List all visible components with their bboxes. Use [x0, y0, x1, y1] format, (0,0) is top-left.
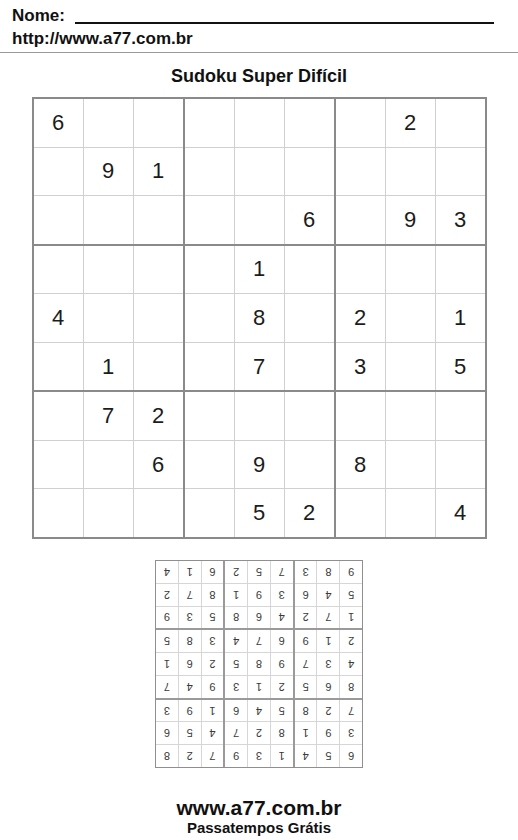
sudoku-cell-r3c4[interactable]: 1	[235, 246, 284, 294]
solution-cell-r4c0: 4	[340, 653, 362, 675]
sudoku-cell-r5c1[interactable]: 1	[84, 343, 133, 391]
solution-cell-r1c7: 5	[179, 722, 201, 744]
solution-cell-r8c6: 6	[202, 561, 224, 583]
solution-cell-r5c6: 3	[202, 630, 224, 652]
sudoku-cell-r7c3[interactable]	[185, 441, 234, 489]
solution-cell-r6c1: 7	[317, 607, 339, 629]
sudoku-cell-r3c5[interactable]	[285, 246, 334, 294]
solution-cell-r7c6: 8	[202, 584, 224, 606]
solution-cell-r2c8: 3	[156, 700, 178, 722]
sudoku-cell-r2c5[interactable]: 6	[285, 196, 334, 244]
sudoku-cell-r5c0[interactable]	[34, 343, 83, 391]
solution-cell-r8c5: 2	[225, 561, 247, 583]
solution-cell-r7c5: 1	[225, 584, 247, 606]
solution-cell-r8c2: 3	[295, 561, 317, 583]
puzzle-page: Nome: http://www.a77.com.br Sudoku Super…	[0, 0, 518, 840]
sudoku-cell-r2c8[interactable]: 3	[436, 196, 485, 244]
solution-cell-r8c8: 4	[156, 561, 178, 583]
solution-cell-r7c4: 9	[248, 584, 270, 606]
solution-cell-r0c8: 8	[156, 745, 178, 767]
solution-grid-rotated-180: 6543917281398275467284561938654372192139…	[155, 560, 363, 768]
sudoku-cell-r4c6[interactable]: 2	[336, 294, 385, 342]
solution-cell-r1c2: 1	[295, 722, 317, 744]
solution-cell-r2c7: 9	[179, 700, 201, 722]
solution-cell-r8c0: 9	[340, 561, 362, 583]
sudoku-cell-r2c1[interactable]	[84, 196, 133, 244]
solution-box-01: 139827546	[225, 700, 292, 767]
sudoku-grid: 691629341187213572695284	[32, 97, 487, 539]
solution-cell-r1c8: 6	[156, 722, 178, 744]
solution-cell-r5c4: 7	[248, 630, 270, 652]
sudoku-cell-r2c6[interactable]	[336, 196, 385, 244]
sudoku-cell-r1c4[interactable]	[235, 148, 284, 196]
solution-cell-r3c1: 6	[317, 676, 339, 698]
sudoku-cell-r4c8[interactable]: 1	[436, 294, 485, 342]
solution-cell-r1c4: 2	[248, 722, 270, 744]
solution-cell-r4c1: 3	[317, 653, 339, 675]
sudoku-cell-r0c3[interactable]	[185, 99, 234, 147]
page-title: Sudoku Super Difícil	[0, 65, 518, 87]
footer-site: www.a77.com.br	[0, 796, 518, 819]
solution-cell-r1c6: 4	[202, 722, 224, 744]
sudoku-cell-r7c2[interactable]: 6	[134, 441, 183, 489]
sudoku-cell-r5c6[interactable]: 3	[336, 343, 385, 391]
sudoku-cell-r7c6[interactable]: 8	[336, 441, 385, 489]
solution-cell-r6c6: 5	[202, 607, 224, 629]
sudoku-cell-r3c8[interactable]	[436, 246, 485, 294]
footer-tagline: Passatempos Grátis	[0, 819, 518, 837]
site-url: http://www.a77.com.br	[12, 29, 506, 48]
solution-cell-r3c2: 5	[295, 676, 317, 698]
sudoku-box-20: 726	[34, 392, 183, 537]
sudoku-cell-r0c5[interactable]	[285, 99, 334, 147]
solution-box-12: 947261385	[156, 630, 223, 697]
sudoku-cell-r2c0[interactable]	[34, 196, 83, 244]
sudoku-cell-r5c8[interactable]: 5	[436, 343, 485, 391]
solution-cell-r3c6: 9	[202, 676, 224, 698]
solution-cell-r0c5: 9	[225, 745, 247, 767]
sudoku-cell-r3c7[interactable]	[386, 246, 435, 294]
sudoku-cell-r4c7[interactable]	[386, 294, 435, 342]
solution-cell-r4c3: 9	[271, 653, 293, 675]
sudoku-cell-r0c0[interactable]: 6	[34, 99, 83, 147]
sudoku-cell-r8c3[interactable]	[185, 489, 234, 537]
solution-cell-r3c5: 3	[225, 676, 247, 698]
sudoku-cell-r1c5[interactable]	[285, 148, 334, 196]
solution-cell-r6c2: 2	[295, 607, 317, 629]
solution-box-10: 865437219	[295, 630, 362, 697]
solution-cell-r2c0: 7	[340, 700, 362, 722]
sudoku-cell-r8c2[interactable]	[134, 489, 183, 537]
solution-cell-r7c2: 6	[295, 584, 317, 606]
sudoku-box-10: 41	[34, 246, 183, 391]
sudoku-cell-r0c7[interactable]: 2	[386, 99, 435, 147]
solution-cell-r8c7: 1	[179, 561, 201, 583]
solution-cell-r3c3: 2	[271, 676, 293, 698]
sudoku-box-22: 84	[336, 392, 485, 537]
sudoku-cell-r5c5[interactable]	[285, 343, 334, 391]
solution-cell-r7c0: 5	[340, 584, 362, 606]
sudoku-cell-r0c2[interactable]	[134, 99, 183, 147]
sudoku-box-01: 6	[185, 99, 334, 244]
solution-cell-r4c6: 2	[202, 653, 224, 675]
sudoku-cell-r0c4[interactable]	[235, 99, 284, 147]
sudoku-cell-r8c1[interactable]	[84, 489, 133, 537]
solution-cell-r7c7: 7	[179, 584, 201, 606]
solution-cell-r4c8: 1	[156, 653, 178, 675]
solution-box-02: 728456193	[156, 700, 223, 767]
sudoku-cell-r6c5[interactable]	[285, 392, 334, 440]
solution-cell-r8c4: 5	[248, 561, 270, 583]
name-row: Nome:	[12, 5, 506, 26]
solution-cell-r1c0: 3	[340, 722, 362, 744]
solution-cell-r4c5: 5	[225, 653, 247, 675]
solution-cell-r6c0: 1	[340, 607, 362, 629]
sudoku-cell-r7c7[interactable]	[386, 441, 435, 489]
sudoku-box-00: 691	[34, 99, 183, 244]
solution-cell-r0c2: 4	[295, 745, 317, 767]
sudoku-cell-r1c7[interactable]	[386, 148, 435, 196]
page-header: Nome: http://www.a77.com.br	[0, 0, 518, 48]
solution-cell-r6c7: 3	[179, 607, 201, 629]
sudoku-cell-r2c3[interactable]	[185, 196, 234, 244]
sudoku-cell-r2c7[interactable]: 9	[386, 196, 435, 244]
sudoku-cell-r2c4[interactable]	[235, 196, 284, 244]
sudoku-cell-r4c0[interactable]: 4	[34, 294, 83, 342]
sudoku-cell-r4c5[interactable]	[285, 294, 334, 342]
solution-cell-r7c8: 2	[156, 584, 178, 606]
solution-cell-r0c7: 2	[179, 745, 201, 767]
sudoku-cell-r6c0[interactable]	[34, 392, 83, 440]
solution-cell-r6c3: 4	[271, 607, 293, 629]
sudoku-cell-r2c2[interactable]	[134, 196, 183, 244]
solution-cell-r1c1: 9	[317, 722, 339, 744]
solution-cell-r4c7: 6	[179, 653, 201, 675]
sudoku-cell-r4c2[interactable]	[134, 294, 183, 342]
sudoku-cell-r4c3[interactable]	[185, 294, 234, 342]
solution-cell-r3c8: 7	[156, 676, 178, 698]
sudoku-cell-r3c6[interactable]	[336, 246, 385, 294]
solution-box-11: 213985674	[225, 630, 292, 697]
solution-cell-r1c5: 7	[225, 722, 247, 744]
solution-cell-r6c8: 9	[156, 607, 178, 629]
solution-cell-r5c1: 1	[317, 630, 339, 652]
sudoku-box-02: 293	[336, 99, 485, 244]
sudoku-cell-r1c2[interactable]: 1	[134, 148, 183, 196]
sudoku-cell-r4c4[interactable]: 8	[235, 294, 284, 342]
sudoku-cell-r3c1[interactable]	[84, 246, 133, 294]
solution-cell-r8c3: 7	[271, 561, 293, 583]
solution-cell-r0c1: 5	[317, 745, 339, 767]
solution-cell-r2c1: 2	[317, 700, 339, 722]
solution-cell-r5c8: 5	[156, 630, 178, 652]
solution-cell-r4c4: 8	[248, 653, 270, 675]
solution-cell-r3c7: 4	[179, 676, 201, 698]
solution-box-22: 539872614	[156, 561, 223, 628]
sudoku-cell-r8c6[interactable]	[336, 489, 385, 537]
solution-cell-r8c1: 8	[317, 561, 339, 583]
sudoku-box-21: 952	[185, 392, 334, 537]
solution-cell-r2c3: 5	[271, 700, 293, 722]
sudoku-cell-r8c4[interactable]: 5	[235, 489, 284, 537]
solution-cell-r6c5: 8	[225, 607, 247, 629]
solution-cell-r7c1: 4	[317, 584, 339, 606]
sudoku-cell-r5c7[interactable]	[386, 343, 435, 391]
sudoku-cell-r1c3[interactable]	[185, 148, 234, 196]
sudoku-cell-r7c5[interactable]	[285, 441, 334, 489]
solution-cell-r2c4: 4	[248, 700, 270, 722]
sudoku-cell-r7c4[interactable]: 9	[235, 441, 284, 489]
sudoku-box-12: 2135	[336, 246, 485, 391]
solution-cell-r0c0: 6	[340, 745, 362, 767]
sudoku-cell-r3c2[interactable]	[134, 246, 183, 294]
sudoku-cell-r6c1[interactable]: 7	[84, 392, 133, 440]
name-label: Nome:	[12, 5, 65, 26]
solution-cell-r3c0: 8	[340, 676, 362, 698]
header-divider	[0, 52, 518, 53]
sudoku-cell-r6c3[interactable]	[185, 392, 234, 440]
sudoku-cell-r4c1[interactable]	[84, 294, 133, 342]
sudoku-cell-r3c0[interactable]	[34, 246, 83, 294]
sudoku-cell-r0c8[interactable]	[436, 99, 485, 147]
sudoku-cell-r5c3[interactable]	[185, 343, 234, 391]
sudoku-cell-r5c2[interactable]	[134, 343, 183, 391]
sudoku-cell-r7c1[interactable]	[84, 441, 133, 489]
sudoku-cell-r8c5[interactable]: 2	[285, 489, 334, 537]
solution-cell-r0c6: 7	[202, 745, 224, 767]
sudoku-cell-r7c0[interactable]	[34, 441, 83, 489]
sudoku-cell-r8c8[interactable]: 4	[436, 489, 485, 537]
sudoku-cell-r1c8[interactable]	[436, 148, 485, 196]
solution-cell-r4c2: 7	[295, 653, 317, 675]
solution-cell-r5c3: 6	[271, 630, 293, 652]
sudoku-cell-r6c4[interactable]	[235, 392, 284, 440]
solution-cell-r5c5: 4	[225, 630, 247, 652]
sudoku-cell-r5c4[interactable]: 7	[235, 343, 284, 391]
sudoku-cell-r1c0[interactable]	[34, 148, 83, 196]
solution-cell-r2c5: 6	[225, 700, 247, 722]
sudoku-box-11: 187	[185, 246, 334, 391]
sudoku-cell-r1c6[interactable]	[336, 148, 385, 196]
solution-cell-r1c3: 8	[271, 722, 293, 744]
solution-cell-r0c3: 1	[271, 745, 293, 767]
solution-cell-r0c4: 3	[248, 745, 270, 767]
solution-cell-r5c0: 2	[340, 630, 362, 652]
solution-cell-r5c7: 8	[179, 630, 201, 652]
sudoku-cell-r6c6[interactable]	[336, 392, 385, 440]
solution-cell-r5c2: 9	[295, 630, 317, 652]
solution-box-20: 172546983	[295, 561, 362, 628]
name-write-line	[75, 6, 494, 24]
sudoku-cell-r0c1[interactable]	[84, 99, 133, 147]
solution-cell-r2c6: 1	[202, 700, 224, 722]
sudoku-cell-r1c1[interactable]: 9	[84, 148, 133, 196]
solution-cell-r7c3: 3	[271, 584, 293, 606]
sudoku-cell-r7c8[interactable]	[436, 441, 485, 489]
sudoku-cell-r6c2[interactable]: 2	[134, 392, 183, 440]
solution-cell-r2c2: 8	[295, 700, 317, 722]
solution-box-00: 654391728	[295, 700, 362, 767]
sudoku-cell-r6c8[interactable]	[436, 392, 485, 440]
sudoku-cell-r8c0[interactable]	[34, 489, 83, 537]
sudoku-cell-r6c7[interactable]	[386, 392, 435, 440]
sudoku-cell-r8c7[interactable]	[386, 489, 435, 537]
solution-cell-r3c4: 1	[248, 676, 270, 698]
page-footer: www.a77.com.br Passatempos Grátis	[0, 796, 518, 837]
solution-box-21: 468391752	[225, 561, 292, 628]
sudoku-cell-r0c6[interactable]	[336, 99, 385, 147]
solution-cell-r6c4: 6	[248, 607, 270, 629]
sudoku-cell-r3c3[interactable]	[185, 246, 234, 294]
